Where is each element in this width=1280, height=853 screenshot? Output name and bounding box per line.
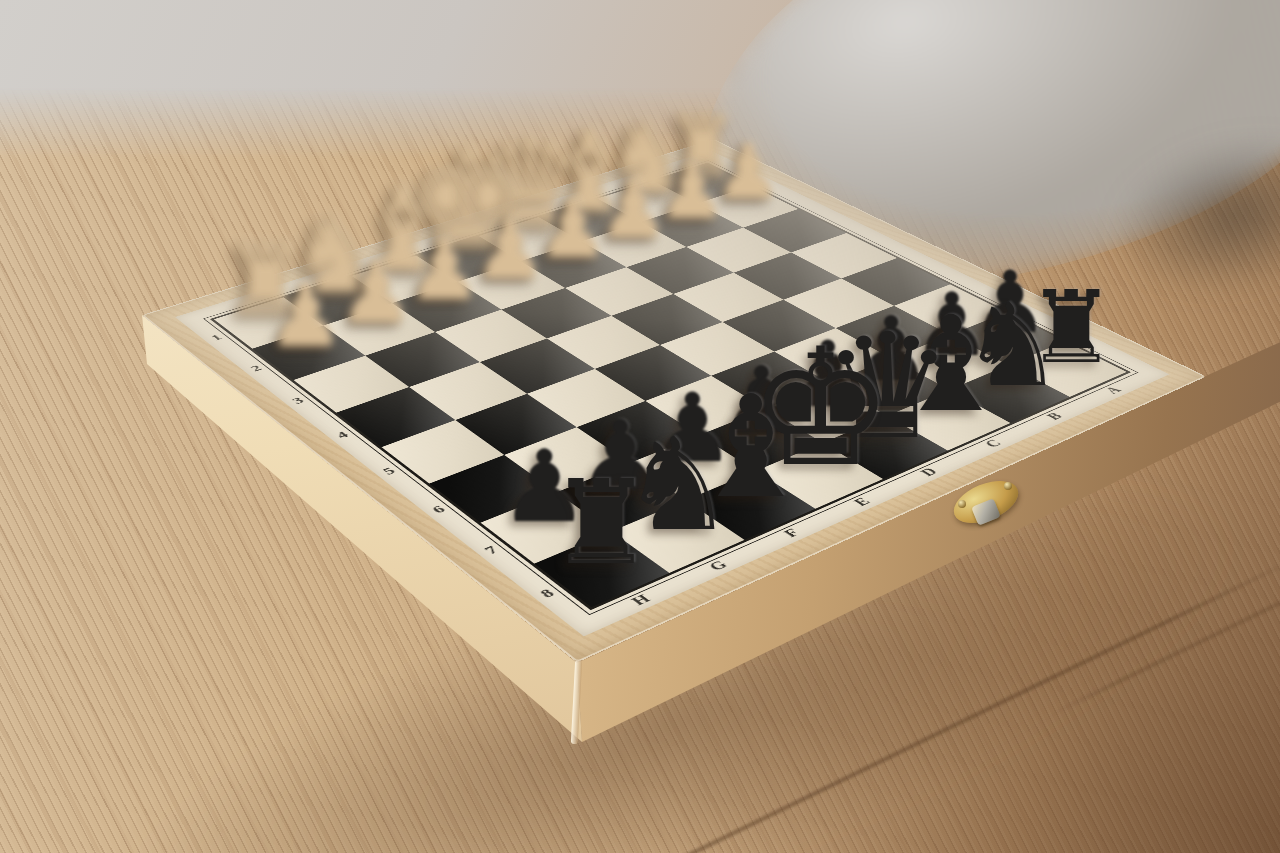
chess-photo-scene: HGFEDCBA 12345678 ♜♞♝♛♚♝♞♜♟♟♟♟♟♟♟♟♟♟♟♟♟♟… xyxy=(0,0,1280,853)
latch-screw-icon xyxy=(958,500,966,508)
latch-screw-icon xyxy=(1004,482,1012,490)
